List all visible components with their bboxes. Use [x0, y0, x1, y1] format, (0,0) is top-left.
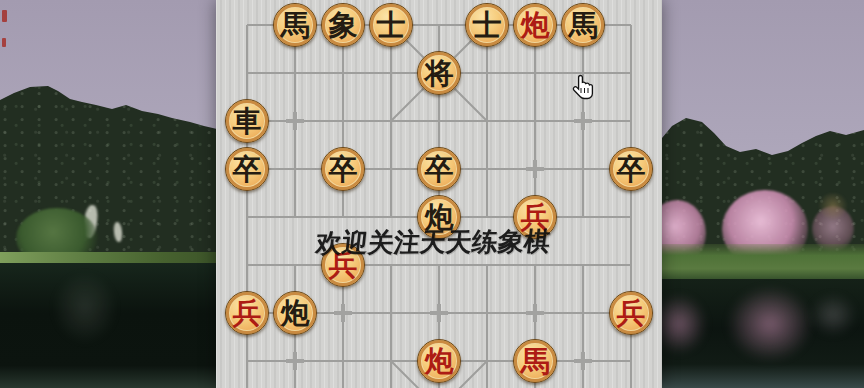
piece-black-4-3[interactable]: 卒 — [417, 147, 461, 191]
piece-black-8-3[interactable]: 卒 — [609, 147, 653, 191]
piece-black-5-0[interactable]: 士 — [465, 3, 509, 47]
red-seal-mark — [2, 10, 7, 22]
background-photo-right — [662, 0, 864, 388]
piece-black-0-2[interactable]: 車 — [225, 99, 269, 143]
dry-foliage — [818, 193, 848, 219]
piece-black-4-4[interactable]: 炮 — [417, 195, 461, 239]
lake-water-left — [0, 263, 217, 388]
piece-black-2-3[interactable]: 卒 — [321, 147, 365, 191]
piece-black-4-1[interactable]: 将 — [417, 51, 461, 95]
piece-black-7-0[interactable]: 馬 — [561, 3, 605, 47]
blossom-reflection — [810, 294, 856, 336]
background-photo-left — [0, 0, 217, 388]
blossom-reflection — [728, 287, 812, 361]
piece-red-6-4[interactable]: 兵 — [513, 195, 557, 239]
piece-black-2-0[interactable]: 象 — [321, 3, 365, 47]
piece-red-8-6[interactable]: 兵 — [609, 291, 653, 335]
piece-red-6-7[interactable]: 馬 — [513, 339, 557, 383]
piece-black-3-0[interactable]: 士 — [369, 3, 413, 47]
piece-red-2-5[interactable]: 兵 — [321, 243, 365, 287]
red-seal-mark — [2, 38, 6, 47]
shore-grass-right — [662, 244, 864, 282]
piece-red-6-0[interactable]: 炮 — [513, 3, 557, 47]
screen: 馬象士士炮馬将車卒卒卒卒炮兵兵兵炮兵炮馬 欢迎关注天天练象棋 — [0, 0, 864, 388]
xiangqi-board[interactable]: 馬象士士炮馬将車卒卒卒卒炮兵兵兵炮兵炮馬 欢迎关注天天练象棋 — [216, 0, 662, 388]
piece-black-1-0[interactable]: 馬 — [273, 3, 317, 47]
piece-red-4-7[interactable]: 炮 — [417, 339, 461, 383]
piece-red-0-6[interactable]: 兵 — [225, 291, 269, 335]
piece-black-1-6[interactable]: 炮 — [273, 291, 317, 335]
piece-black-0-3[interactable]: 卒 — [225, 147, 269, 191]
